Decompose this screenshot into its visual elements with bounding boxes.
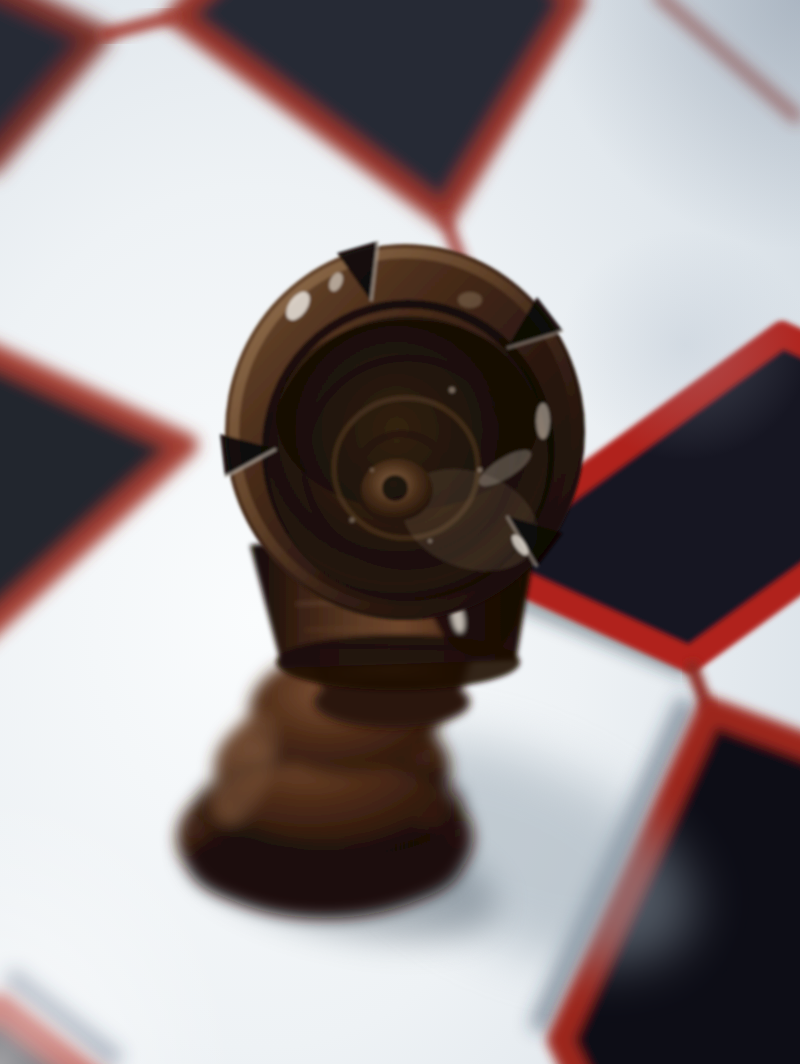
chess-photo-scene: ♜ [0,0,800,1064]
scene-canvas: ♜ [0,0,800,1064]
